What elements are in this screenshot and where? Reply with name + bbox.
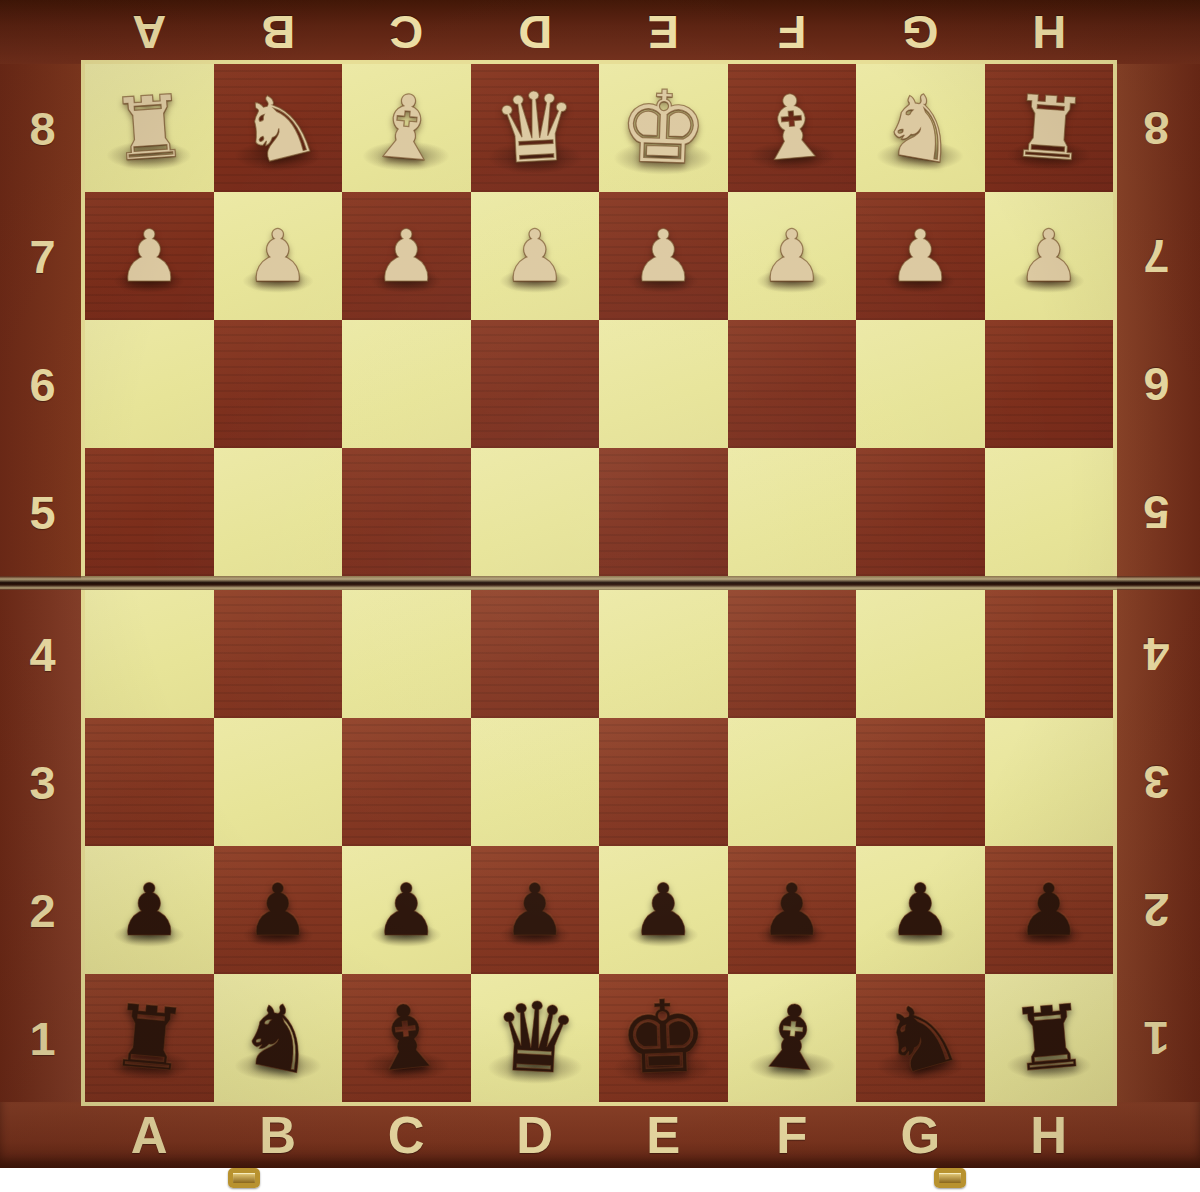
square-e8[interactable]: ♚ — [599, 64, 728, 192]
square-b2[interactable]: ♟ — [214, 846, 343, 974]
board-fold-seam — [0, 576, 1200, 590]
square-g8[interactable]: ♞ — [856, 64, 985, 192]
square-e2[interactable]: ♟ — [599, 846, 728, 974]
rank-label-left-5: 5 — [0, 489, 85, 536]
black-pawn-e2[interactable]: ♟ — [599, 846, 728, 974]
square-h4[interactable] — [985, 590, 1114, 718]
square-c7[interactable]: ♟ — [342, 192, 471, 320]
black-bishop-f1[interactable]: ♝ — [722, 969, 861, 1108]
file-label-top-f: F — [728, 9, 857, 56]
white-bishop-f8[interactable]: ♝ — [722, 59, 861, 198]
white-pawn-g7[interactable]: ♟ — [856, 192, 985, 320]
black-pawn-a2[interactable]: ♟ — [85, 846, 214, 974]
board-border-right-top: 8765 — [1113, 64, 1200, 576]
white-pawn-c7[interactable]: ♟ — [342, 192, 471, 320]
square-a2[interactable]: ♟ — [85, 846, 214, 974]
black-pawn-c2[interactable]: ♟ — [342, 846, 471, 974]
square-e1[interactable]: ♚ — [599, 974, 728, 1102]
square-g4[interactable] — [856, 590, 985, 718]
rank-label-right-4: 4 — [1113, 631, 1200, 678]
white-pawn-a7[interactable]: ♟ — [85, 192, 214, 320]
file-label-top-h: H — [985, 9, 1114, 56]
file-label-top-a: A — [85, 9, 214, 56]
square-f6[interactable] — [728, 320, 857, 448]
square-e7[interactable]: ♟ — [599, 192, 728, 320]
square-g6[interactable] — [856, 320, 985, 448]
square-b6[interactable] — [214, 320, 343, 448]
square-a1[interactable]: ♜ — [85, 974, 214, 1102]
rank-label-right-1: 1 — [1113, 1015, 1200, 1062]
file-label-bottom-e: E — [599, 1110, 728, 1161]
square-f3[interactable] — [728, 718, 857, 846]
board-border-right-bottom: 4321 — [1113, 590, 1200, 1102]
square-d8[interactable]: ♛ — [471, 64, 600, 192]
square-h7[interactable]: ♟ — [985, 192, 1114, 320]
square-b3[interactable] — [214, 718, 343, 846]
square-e5[interactable] — [599, 448, 728, 576]
rank-label-right-7: 7 — [1113, 233, 1200, 280]
square-h1[interactable]: ♜ — [985, 974, 1114, 1102]
square-h8[interactable]: ♜ — [985, 64, 1114, 192]
square-e3[interactable] — [599, 718, 728, 846]
board-border-left-top: 8765 — [0, 64, 85, 576]
square-d5[interactable] — [471, 448, 600, 576]
white-pawn-e7[interactable]: ♟ — [599, 192, 728, 320]
square-f4[interactable] — [728, 590, 857, 718]
rank-label-left-1: 1 — [0, 1015, 85, 1062]
file-label-bottom-f: F — [728, 1110, 857, 1161]
black-king-e1[interactable]: ♚ — [597, 972, 730, 1104]
rank-label-right-3: 3 — [1113, 759, 1200, 806]
rank-label-left-3: 3 — [0, 759, 85, 806]
square-h3[interactable] — [985, 718, 1114, 846]
board-border-bottom: ABCDEFGH — [0, 1102, 1200, 1168]
square-b4[interactable] — [214, 590, 343, 718]
white-king-e8[interactable]: ♚ — [597, 62, 730, 194]
black-knight-b1[interactable]: ♞ — [202, 962, 354, 1114]
black-pawn-f2[interactable]: ♟ — [728, 846, 857, 974]
file-label-bottom-d: D — [471, 1110, 600, 1161]
square-h6[interactable] — [985, 320, 1114, 448]
square-f8[interactable]: ♝ — [728, 64, 857, 192]
square-d1[interactable]: ♛ — [471, 974, 600, 1102]
file-label-top-d: D — [471, 9, 600, 56]
white-pawn-d7[interactable]: ♟ — [471, 192, 600, 320]
rank-label-right-8: 8 — [1113, 105, 1200, 152]
black-rook-h1[interactable]: ♜ — [979, 969, 1118, 1108]
black-pawn-d2[interactable]: ♟ — [471, 846, 600, 974]
square-g5[interactable] — [856, 448, 985, 576]
white-bishop-c8[interactable]: ♝ — [337, 59, 476, 198]
rank-label-left-8: 8 — [0, 105, 85, 152]
file-label-top-c: C — [342, 9, 471, 56]
board-top-half: ♜♞♝♛♚♝♞♜♟♟♟♟♟♟♟♟ — [85, 64, 1113, 576]
black-pawn-b2[interactable]: ♟ — [214, 846, 343, 974]
square-a6[interactable] — [85, 320, 214, 448]
rank-label-right-2: 2 — [1113, 887, 1200, 934]
square-g1[interactable]: ♞ — [856, 974, 985, 1102]
white-rook-h8[interactable]: ♜ — [980, 60, 1117, 197]
black-rook-a1[interactable]: ♜ — [80, 969, 219, 1108]
square-h5[interactable] — [985, 448, 1114, 576]
square-d3[interactable] — [471, 718, 600, 846]
brass-latch-right — [934, 1168, 966, 1188]
white-pawn-h7[interactable]: ♟ — [985, 192, 1114, 320]
table-background — [0, 1168, 1200, 1192]
square-c3[interactable] — [342, 718, 471, 846]
file-label-top-g: G — [856, 9, 985, 56]
white-pawn-f7[interactable]: ♟ — [728, 192, 857, 320]
rank-label-left-6: 6 — [0, 361, 85, 408]
square-a4[interactable] — [85, 590, 214, 718]
square-g7[interactable]: ♟ — [856, 192, 985, 320]
white-queen-d8[interactable]: ♛ — [467, 61, 602, 196]
black-bishop-c1[interactable]: ♝ — [336, 968, 477, 1109]
white-rook-a8[interactable]: ♜ — [81, 60, 218, 197]
square-f5[interactable] — [728, 448, 857, 576]
square-f1[interactable]: ♝ — [728, 974, 857, 1102]
square-c2[interactable]: ♟ — [342, 846, 471, 974]
rank-label-right-5: 5 — [1113, 489, 1200, 536]
square-e4[interactable] — [599, 590, 728, 718]
square-a5[interactable] — [85, 448, 214, 576]
square-f7[interactable]: ♟ — [728, 192, 857, 320]
white-knight-g8[interactable]: ♞ — [846, 54, 995, 202]
white-knight-b8[interactable]: ♞ — [200, 50, 356, 205]
file-label-top-e: E — [599, 9, 728, 56]
square-b5[interactable] — [214, 448, 343, 576]
black-pawn-g2[interactable]: ♟ — [856, 846, 985, 974]
board-border-top: ABCDEFGH — [0, 0, 1200, 64]
black-knight-g1[interactable]: ♞ — [841, 959, 1000, 1117]
square-d4[interactable] — [471, 590, 600, 718]
square-a7[interactable]: ♟ — [85, 192, 214, 320]
rank-label-left-4: 4 — [0, 631, 85, 678]
square-b8[interactable]: ♞ — [214, 64, 343, 192]
square-b1[interactable]: ♞ — [214, 974, 343, 1102]
square-a8[interactable]: ♜ — [85, 64, 214, 192]
chess-set-photo: ABCDEFGH 8765 4321 8765 4321 ABCDEFGH ♜♞… — [0, 0, 1200, 1192]
square-c1[interactable]: ♝ — [342, 974, 471, 1102]
file-label-bottom-h: H — [985, 1110, 1114, 1161]
rank-label-right-6: 6 — [1113, 361, 1200, 408]
rank-label-left-7: 7 — [0, 233, 85, 280]
square-d2[interactable]: ♟ — [471, 846, 600, 974]
square-b7[interactable]: ♟ — [214, 192, 343, 320]
white-pawn-b7[interactable]: ♟ — [214, 192, 343, 320]
square-c6[interactable] — [342, 320, 471, 448]
square-d7[interactable]: ♟ — [471, 192, 600, 320]
file-label-top-b: B — [214, 9, 343, 56]
board-bottom-half: ♟♟♟♟♟♟♟♟♜♞♝♛♚♝♞♜ — [85, 590, 1113, 1102]
file-label-bottom-b: B — [214, 1110, 343, 1161]
chess-board: ABCDEFGH 8765 4321 8765 4321 ABCDEFGH ♜♞… — [0, 0, 1200, 1168]
square-h2[interactable]: ♟ — [985, 846, 1114, 974]
square-c4[interactable] — [342, 590, 471, 718]
file-label-bottom-a: A — [85, 1110, 214, 1161]
black-pawn-h2[interactable]: ♟ — [985, 846, 1114, 974]
square-c8[interactable]: ♝ — [342, 64, 471, 192]
square-g2[interactable]: ♟ — [856, 846, 985, 974]
rank-label-left-2: 2 — [0, 887, 85, 934]
brass-latch-left — [228, 1168, 260, 1188]
square-e6[interactable] — [599, 320, 728, 448]
square-d6[interactable] — [471, 320, 600, 448]
square-c5[interactable] — [342, 448, 471, 576]
board-border-left-bottom: 4321 — [0, 590, 85, 1102]
square-g3[interactable] — [856, 718, 985, 846]
black-queen-d1[interactable]: ♛ — [467, 971, 602, 1106]
square-a3[interactable] — [85, 718, 214, 846]
square-f2[interactable]: ♟ — [728, 846, 857, 974]
file-label-bottom-c: C — [342, 1110, 471, 1161]
